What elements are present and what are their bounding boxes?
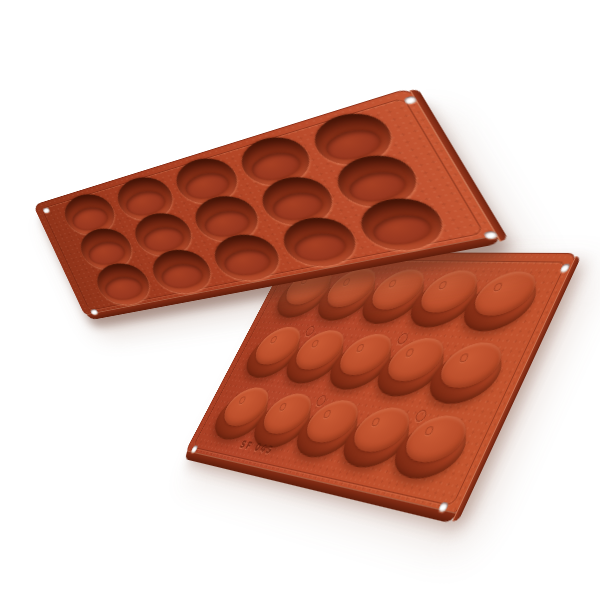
bump-top bbox=[470, 265, 540, 321]
cavity-floor bbox=[157, 261, 208, 292]
corner-hole bbox=[559, 264, 571, 273]
cavity-floor bbox=[219, 246, 275, 279]
scene: SF 045 bbox=[0, 0, 600, 600]
cavity-floor bbox=[101, 274, 147, 303]
corner-hole bbox=[438, 501, 450, 512]
bump-mold: SF 045 bbox=[184, 252, 579, 518]
corner-hole bbox=[90, 309, 99, 316]
bump-top bbox=[436, 337, 506, 393]
cavity-floor bbox=[289, 230, 352, 265]
corner-hole bbox=[42, 207, 50, 214]
bump-top bbox=[401, 411, 471, 466]
cavity-floor bbox=[367, 211, 438, 249]
corner-hole bbox=[190, 445, 198, 453]
